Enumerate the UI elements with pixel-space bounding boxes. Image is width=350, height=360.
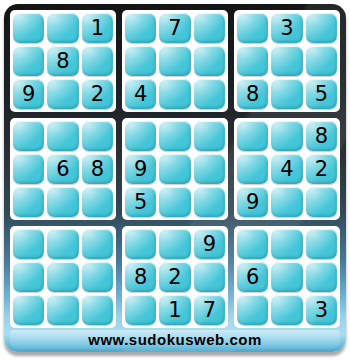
cell-r5c1[interactable]	[13, 154, 44, 184]
cell-r5c6[interactable]	[194, 154, 225, 184]
given-digit: 8	[56, 51, 69, 72]
given-digit: 8	[91, 159, 104, 180]
cell-r9c5[interactable]: 1	[159, 295, 190, 325]
box-9: 63	[234, 226, 340, 328]
cell-r5c4[interactable]: 9	[125, 154, 156, 184]
cell-r8c9[interactable]	[306, 262, 337, 292]
cell-r3c1[interactable]: 9	[13, 79, 44, 109]
website-url[interactable]: www.sudokusweb.com	[88, 331, 261, 348]
cell-r2c6[interactable]	[194, 46, 225, 76]
cell-r3c8[interactable]	[271, 79, 302, 109]
cell-r2c9[interactable]	[306, 46, 337, 76]
cell-r5c7[interactable]	[237, 154, 268, 184]
box-5: 95	[122, 118, 228, 220]
cell-r6c2[interactable]	[47, 187, 78, 217]
cell-r6c3[interactable]	[82, 187, 113, 217]
box-7	[10, 226, 116, 328]
cell-r2c4[interactable]	[125, 46, 156, 76]
given-digit: 9	[246, 192, 259, 213]
cell-r6c9[interactable]	[306, 187, 337, 217]
box-4: 68	[10, 118, 116, 220]
given-digit: 9	[203, 234, 216, 255]
cell-r8c7[interactable]: 6	[237, 262, 268, 292]
cell-r1c7[interactable]	[237, 13, 268, 43]
sudoku-board: 189274385689584299821763	[10, 10, 340, 328]
cell-r4c8[interactable]	[271, 121, 302, 151]
cell-r1c8[interactable]: 3	[271, 13, 302, 43]
cell-r1c6[interactable]	[194, 13, 225, 43]
cell-r5c5[interactable]	[159, 154, 190, 184]
cell-r7c3[interactable]	[82, 229, 113, 259]
given-digit: 8	[246, 84, 259, 105]
cell-r8c5[interactable]: 2	[159, 262, 190, 292]
cell-r2c8[interactable]	[271, 46, 302, 76]
given-digit: 5	[134, 192, 147, 213]
cell-r4c4[interactable]	[125, 121, 156, 151]
cell-r1c2[interactable]	[47, 13, 78, 43]
cell-r1c9[interactable]	[306, 13, 337, 43]
cell-r3c2[interactable]	[47, 79, 78, 109]
given-digit: 1	[168, 300, 181, 321]
cell-r4c9[interactable]: 8	[306, 121, 337, 151]
given-digit: 1	[91, 18, 104, 39]
cell-r9c4[interactable]	[125, 295, 156, 325]
cell-r4c1[interactable]	[13, 121, 44, 151]
cell-r2c5[interactable]	[159, 46, 190, 76]
cell-r7c4[interactable]	[125, 229, 156, 259]
box-2: 74	[122, 10, 228, 112]
cell-r8c4[interactable]: 8	[125, 262, 156, 292]
cell-r6c4[interactable]: 5	[125, 187, 156, 217]
given-digit: 4	[134, 84, 147, 105]
box-3: 385	[234, 10, 340, 112]
given-digit: 7	[203, 300, 216, 321]
given-digit: 8	[134, 267, 147, 288]
cell-r5c8[interactable]: 4	[271, 154, 302, 184]
cell-r5c9[interactable]: 2	[306, 154, 337, 184]
cell-r4c3[interactable]	[82, 121, 113, 151]
given-digit: 5	[315, 84, 328, 105]
given-digit: 6	[246, 267, 259, 288]
footer-band: www.sudokusweb.com	[10, 330, 340, 349]
given-digit: 3	[315, 300, 328, 321]
board-frame: 189274385689584299821763 www.sudokusweb.…	[4, 4, 346, 352]
cell-r7c2[interactable]	[47, 229, 78, 259]
cell-r5c2[interactable]: 6	[47, 154, 78, 184]
given-digit: 4	[280, 159, 293, 180]
cell-r8c6[interactable]	[194, 262, 225, 292]
cell-r7c7[interactable]	[237, 229, 268, 259]
cell-r2c1[interactable]	[13, 46, 44, 76]
cell-r7c6[interactable]: 9	[194, 229, 225, 259]
cell-r6c7[interactable]: 9	[237, 187, 268, 217]
cell-r2c7[interactable]	[237, 46, 268, 76]
cell-r4c2[interactable]	[47, 121, 78, 151]
cell-r1c5[interactable]: 7	[159, 13, 190, 43]
cell-r3c3[interactable]: 2	[82, 79, 113, 109]
box-6: 8429	[234, 118, 340, 220]
cell-r6c8[interactable]	[271, 187, 302, 217]
cell-r8c2[interactable]	[47, 262, 78, 292]
cell-r1c1[interactable]	[13, 13, 44, 43]
sudoku-page: 189274385689584299821763 www.sudokusweb.…	[0, 0, 350, 360]
cell-r2c3[interactable]	[82, 46, 113, 76]
cell-r3c4[interactable]: 4	[125, 79, 156, 109]
given-digit: 7	[168, 18, 181, 39]
given-digit: 9	[22, 84, 35, 105]
cell-r9c1[interactable]	[13, 295, 44, 325]
cell-r4c6[interactable]	[194, 121, 225, 151]
given-digit: 9	[134, 159, 147, 180]
cell-r9c7[interactable]	[237, 295, 268, 325]
cell-r4c5[interactable]	[159, 121, 190, 151]
cell-r5c3[interactable]: 8	[82, 154, 113, 184]
cell-r7c1[interactable]	[13, 229, 44, 259]
cell-r9c8[interactable]	[271, 295, 302, 325]
cell-r7c5[interactable]	[159, 229, 190, 259]
cell-r8c3[interactable]	[82, 262, 113, 292]
cell-r6c1[interactable]	[13, 187, 44, 217]
cell-r6c6[interactable]	[194, 187, 225, 217]
cell-r7c9[interactable]	[306, 229, 337, 259]
given-digit: 8	[315, 126, 328, 147]
cell-r1c3[interactable]: 1	[82, 13, 113, 43]
cell-r7c8[interactable]	[271, 229, 302, 259]
cell-r9c6[interactable]: 7	[194, 295, 225, 325]
cell-r3c6[interactable]	[194, 79, 225, 109]
given-digit: 2	[91, 84, 104, 105]
cell-r1c4[interactable]	[125, 13, 156, 43]
box-1: 1892	[10, 10, 116, 112]
cell-r6c5[interactable]	[159, 187, 190, 217]
cell-r8c8[interactable]	[271, 262, 302, 292]
cell-r9c3[interactable]	[82, 295, 113, 325]
cell-r9c2[interactable]	[47, 295, 78, 325]
cell-r4c7[interactable]	[237, 121, 268, 151]
box-8: 98217	[122, 226, 228, 328]
given-digit: 6	[56, 159, 69, 180]
cell-r3c9[interactable]: 5	[306, 79, 337, 109]
given-digit: 3	[280, 18, 293, 39]
cell-r3c7[interactable]: 8	[237, 79, 268, 109]
cell-r3c5[interactable]	[159, 79, 190, 109]
cell-r2c2[interactable]: 8	[47, 46, 78, 76]
given-digit: 2	[315, 159, 328, 180]
cell-r8c1[interactable]	[13, 262, 44, 292]
given-digit: 2	[168, 267, 181, 288]
cell-r9c9[interactable]: 3	[306, 295, 337, 325]
